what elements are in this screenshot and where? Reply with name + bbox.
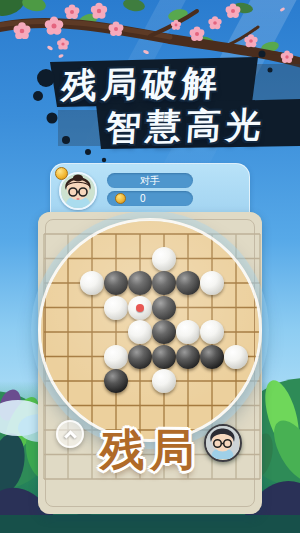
white-stone[interactable] — [176, 320, 200, 344]
black-stone[interactable] — [176, 271, 200, 295]
opponent-coins-pill: 0 — [107, 191, 193, 206]
white-stone[interactable] — [128, 296, 152, 320]
white-stone[interactable] — [128, 320, 152, 344]
white-stone[interactable] — [80, 271, 104, 295]
black-stone[interactable] — [152, 345, 176, 369]
opponent-name: 对手 — [140, 174, 160, 188]
black-stone[interactable] — [104, 369, 128, 393]
black-stone[interactable] — [152, 320, 176, 344]
black-stone[interactable] — [152, 271, 176, 295]
opponent-name-pill: 对手 — [107, 173, 193, 188]
game-screen: 对手 0 第1关 第11回合 — [0, 0, 300, 533]
title-line2: 智慧高光 — [104, 101, 267, 151]
black-stone[interactable] — [176, 345, 200, 369]
mode-label: 残局 — [0, 421, 300, 480]
board-focus-content — [38, 218, 262, 442]
white-stone[interactable] — [200, 320, 224, 344]
coin-icon — [115, 193, 126, 204]
white-stone[interactable] — [104, 296, 128, 320]
white-stone[interactable] — [152, 369, 176, 393]
player-avatar[interactable] — [204, 424, 242, 462]
black-stone[interactable] — [200, 345, 224, 369]
opponent-coin-count: 0 — [140, 193, 146, 204]
black-stone[interactable] — [128, 345, 152, 369]
white-stone[interactable] — [200, 271, 224, 295]
last-move-marker — [136, 304, 144, 312]
black-stone[interactable] — [128, 271, 152, 295]
white-stone[interactable] — [224, 345, 248, 369]
stones-layer — [38, 218, 262, 442]
board-focus-circle[interactable] — [38, 218, 262, 442]
white-stone[interactable] — [152, 247, 176, 271]
black-stone[interactable] — [152, 296, 176, 320]
rank-badge-icon — [55, 167, 68, 180]
black-stone[interactable] — [104, 271, 128, 295]
white-stone[interactable] — [104, 345, 128, 369]
